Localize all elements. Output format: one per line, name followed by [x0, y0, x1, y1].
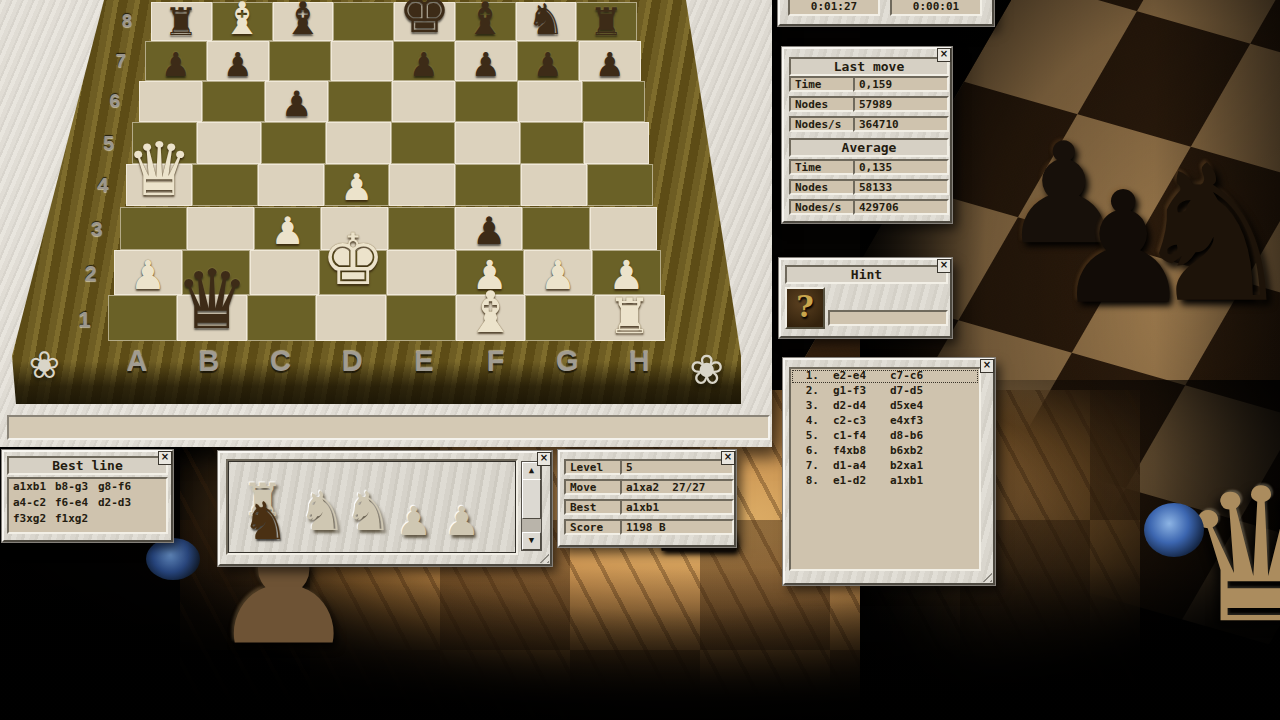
- square-f1[interactable]: ♝: [456, 295, 526, 341]
- engine-value-level: 5: [620, 459, 734, 475]
- move-number: 1.: [795, 369, 819, 382]
- square-c7[interactable]: [269, 41, 331, 81]
- scene-giant-queen: ♛: [1192, 428, 1280, 656]
- piece-white-k-d2[interactable]: ♚: [321, 224, 385, 295]
- captured-black-knight: ♞: [242, 495, 289, 547]
- square-g6[interactable]: [518, 81, 581, 122]
- square-a4[interactable]: ♛: [126, 164, 192, 207]
- piece-black-p-c6[interactable]: ♟: [281, 87, 312, 122]
- scrollbar-thumb[interactable]: [522, 479, 541, 519]
- piece-white-b-b8[interactable]: ♝: [222, 0, 262, 41]
- white-move: d1-a4: [833, 459, 866, 472]
- move-number: 7.: [795, 459, 819, 472]
- best-line-row-3: f3xg2f1xg2: [9, 512, 159, 528]
- best-line-row-1: a1xb1b8-g3g8-f6: [9, 480, 159, 496]
- clock-white: 0:01:27: [788, 0, 880, 16]
- move-list-panel: × 1.e2-e4c7-c62.g1-f3d7-d53.d2-d4d5xe44.…: [783, 358, 995, 585]
- file-label-a: A: [101, 345, 173, 389]
- black-move: a1xb1: [890, 474, 923, 487]
- board-rank-5: 5: [132, 122, 648, 164]
- piece-black-r-a8[interactable]: ♜: [164, 3, 198, 41]
- piece-black-k-e8[interactable]: ♚: [398, 0, 450, 41]
- file-label-e: E: [388, 345, 460, 389]
- best-line-move: f3xg2: [13, 512, 46, 525]
- white-move: d2-d4: [833, 399, 866, 412]
- square-c3[interactable]: ♟: [254, 207, 321, 251]
- stats-title: Last move: [789, 57, 949, 76]
- piece-black-q-b1[interactable]: ♛: [175, 259, 249, 341]
- square-a1[interactable]: [108, 295, 178, 341]
- engine-label-move: Move: [564, 479, 626, 495]
- board-rank-3: 3♟♟: [120, 207, 657, 251]
- file-label-g: G: [532, 345, 604, 389]
- stats-average-title: Average: [789, 138, 949, 157]
- best-line-move: a4-c2: [13, 496, 46, 509]
- square-b7[interactable]: ♟: [207, 41, 269, 81]
- black-move: d8-b6: [890, 429, 923, 442]
- close-icon[interactable]: ×: [158, 451, 172, 465]
- square-b8[interactable]: ♝: [212, 2, 273, 41]
- best-line-move: g8-f6: [98, 480, 131, 493]
- captured-white-knight: ♞: [298, 485, 346, 539]
- board-rank-8: 8♜♝♝♚♝♞♜: [151, 2, 637, 41]
- file-label-f: F: [460, 345, 532, 389]
- square-h7[interactable]: ♟: [579, 41, 641, 81]
- best-line-move: b8-g3: [55, 480, 88, 493]
- piece-black-p-g7[interactable]: ♟: [533, 48, 563, 81]
- file-label-b: B: [173, 345, 245, 389]
- white-move: g1-f3: [833, 384, 866, 397]
- move-row-3[interactable]: 3.d2-d4d5xe4: [791, 399, 979, 414]
- black-move: c7-c6: [890, 369, 923, 382]
- square-d1[interactable]: [316, 295, 386, 341]
- square-e6[interactable]: [392, 81, 455, 122]
- square-a7[interactable]: ♟: [145, 41, 207, 81]
- square-c8[interactable]: ♝: [273, 2, 334, 41]
- stats-label-2: Nodes/s: [789, 116, 859, 132]
- square-c6[interactable]: ♟: [265, 81, 328, 122]
- engine-panel: × Level5Movea1xa2 27/27Besta1xb1Score119…: [558, 450, 736, 547]
- square-c2[interactable]: [250, 250, 318, 295]
- square-d8[interactable]: [333, 2, 394, 41]
- square-b5[interactable]: [197, 122, 262, 164]
- white-move: c2-c3: [833, 414, 866, 427]
- piece-white-q-a4[interactable]: ♛: [126, 132, 192, 206]
- move-number: 5.: [795, 429, 819, 442]
- move-number: 2.: [795, 384, 819, 397]
- square-g4[interactable]: [521, 164, 587, 207]
- stats-avg-label-1: Nodes: [789, 179, 859, 195]
- square-g5[interactable]: [520, 122, 585, 164]
- best-line-rows: a1xb1b8-g3g8-f6a4-c2f6-e4d2-d3f3xg2f1xg2: [9, 480, 159, 528]
- close-icon[interactable]: ×: [937, 48, 951, 62]
- piece-black-n-g8[interactable]: ♞: [527, 0, 565, 41]
- square-h8[interactable]: ♜: [576, 2, 637, 41]
- stats-value-0: 0,159: [853, 76, 949, 92]
- hint-question-button[interactable]: ?: [785, 287, 825, 329]
- black-move: b2xa1: [890, 459, 923, 472]
- board-rank-7: 7♟♟♟♟♟♟: [145, 41, 641, 81]
- best-line-move: f6-e4: [55, 496, 88, 509]
- app-window: ♟ ♟ ♞ ♛ ♟ ♟ ❀ ❀ 8♜♝♝♚♝♞♜7♟♟♟♟♟♟6♟54♛♟3♟♟…: [0, 0, 1280, 720]
- captured-white-knight: ♞: [344, 485, 392, 539]
- scene-giant-knight: ♞: [1148, 118, 1277, 333]
- piece-black-p-e7[interactable]: ♟: [409, 48, 439, 81]
- square-f4[interactable]: [455, 164, 521, 207]
- black-move: d5xe4: [890, 399, 923, 412]
- piece-black-p-b7[interactable]: ♟: [223, 48, 253, 81]
- square-h1[interactable]: ♜: [595, 295, 665, 341]
- best-line-move: d2-d3: [98, 496, 131, 509]
- captured-tray: ♜♞♞♞♟♟: [226, 459, 518, 555]
- square-e7[interactable]: ♟: [393, 41, 455, 81]
- square-e8[interactable]: ♚: [394, 2, 455, 41]
- piece-black-p-f7[interactable]: ♟: [471, 48, 501, 81]
- file-label-h: H: [603, 345, 675, 389]
- square-g8[interactable]: ♞: [516, 2, 577, 41]
- black-move: b6xb2: [890, 444, 923, 457]
- captured-white-pawn: ♟: [444, 501, 480, 541]
- square-c1[interactable]: [247, 295, 317, 341]
- square-b4[interactable]: [192, 164, 258, 207]
- move-row-2[interactable]: 2.g1-f3d7-d5: [791, 384, 979, 399]
- stats-label-0: Time: [789, 76, 859, 92]
- piece-black-b-c8[interactable]: ♝: [283, 0, 323, 41]
- piece-black-p-f3[interactable]: ♟: [472, 212, 506, 250]
- piece-black-b-f8[interactable]: ♝: [465, 0, 505, 41]
- piece-black-p-a7[interactable]: ♟: [161, 48, 191, 81]
- square-e3[interactable]: [388, 207, 455, 251]
- square-f8[interactable]: ♝: [455, 2, 516, 41]
- square-e1[interactable]: [386, 295, 456, 341]
- piece-white-p-c3[interactable]: ♟: [271, 212, 305, 250]
- engine-label-level: Level: [564, 459, 626, 475]
- flower-ornament-left: ❀: [30, 338, 58, 385]
- square-g2[interactable]: ♟: [524, 250, 592, 295]
- white-move: f4xb8: [833, 444, 866, 457]
- rank-label-4: 4: [97, 174, 108, 197]
- square-g1[interactable]: [525, 295, 595, 341]
- best-line-panel: × Best line a1xb1b8-g3g8-f6a4-c2f6-e4d2-…: [2, 450, 173, 542]
- best-line-move: f1xg2: [55, 512, 88, 525]
- square-f6[interactable]: [455, 81, 518, 122]
- square-e4[interactable]: [389, 164, 455, 207]
- square-a8[interactable]: ♜: [151, 2, 212, 41]
- square-c5[interactable]: [261, 122, 326, 164]
- rank-label-6: 6: [110, 90, 121, 112]
- engine-value-score: 1198 B: [620, 519, 734, 535]
- move-row-4[interactable]: 4.c2-c3e4xf3: [791, 414, 979, 429]
- engine-label-score: Score: [564, 519, 626, 535]
- move-number: 6.: [795, 444, 819, 457]
- close-icon[interactable]: ×: [537, 452, 551, 466]
- piece-white-p-g2[interactable]: ♟: [540, 255, 576, 295]
- tray-scrollbar[interactable]: ▲ ▼: [521, 461, 542, 551]
- square-d2[interactable]: ♚: [319, 250, 387, 295]
- move-list[interactable]: 1.e2-e4c7-c62.g1-f3d7-d53.d2-d4d5xe44.c2…: [789, 367, 981, 571]
- rank-label-7: 7: [116, 50, 126, 72]
- captured-tray-panel: × ♜♞♞♞♟♟ ▲ ▼: [218, 451, 552, 566]
- status-bar: [7, 415, 770, 440]
- move-row-1[interactable]: 1.e2-e4c7-c6: [791, 369, 979, 384]
- rank-label-3: 3: [91, 217, 103, 241]
- close-icon[interactable]: ×: [980, 359, 994, 373]
- square-d4[interactable]: ♟: [324, 164, 390, 207]
- move-row-5[interactable]: 5.c1-f4d8-b6: [791, 429, 979, 444]
- piece-black-r-h8[interactable]: ♜: [590, 3, 624, 41]
- stats-avg-label-0: Time: [789, 159, 859, 175]
- square-a6[interactable]: [139, 81, 202, 122]
- board-rank-1: 1♛♝♜: [108, 295, 665, 341]
- rank-label-1: 1: [79, 307, 91, 333]
- square-f5[interactable]: [455, 122, 520, 164]
- square-b3[interactable]: [187, 207, 254, 251]
- piece-white-p-d4[interactable]: ♟: [340, 169, 373, 206]
- square-h3[interactable]: [590, 207, 657, 251]
- flower-ornament-right: ❀: [691, 340, 722, 392]
- square-h4[interactable]: [587, 164, 653, 207]
- square-f7[interactable]: ♟: [455, 41, 517, 81]
- stats-avg-label-2: Nodes/s: [789, 199, 859, 215]
- close-icon[interactable]: ×: [721, 451, 735, 465]
- move-number: 3.: [795, 399, 819, 412]
- stats-label-1: Nodes: [789, 96, 859, 112]
- file-label-d: D: [316, 345, 388, 389]
- resize-grip-icon[interactable]: [980, 570, 992, 582]
- rank-label-8: 8: [122, 11, 132, 32]
- rank-label-5: 5: [103, 132, 114, 155]
- rank-label-2: 2: [85, 262, 97, 287]
- square-a3[interactable]: [120, 207, 187, 251]
- square-b1[interactable]: ♛: [177, 295, 247, 341]
- blue-orb-left: [146, 538, 200, 580]
- clock-black: 0:00:01: [890, 0, 982, 16]
- move-row-7[interactable]: 7.d1-a4b2xa1: [791, 459, 979, 474]
- best-line-row-2: a4-c2f6-e4d2-d3: [9, 496, 159, 512]
- piece-black-p-h7[interactable]: ♟: [595, 48, 625, 81]
- board-rank-6: 6♟: [139, 81, 645, 122]
- black-move: d7-d5: [890, 384, 923, 397]
- stats-avg-value-2: 429706: [853, 199, 949, 215]
- file-label-c: C: [245, 345, 317, 389]
- stats-avg-value-1: 58133: [853, 179, 949, 195]
- hint-panel: × Hint ?: [779, 258, 952, 338]
- square-h6[interactable]: [582, 81, 645, 122]
- black-move: e4xf3: [890, 414, 923, 427]
- best-line-title: Best line: [7, 456, 168, 475]
- square-f3[interactable]: ♟: [455, 207, 522, 251]
- engine-value-best: a1xb1: [620, 499, 734, 515]
- square-b6[interactable]: [202, 81, 265, 122]
- clocks-panel: 0:01:27 0:00:01: [778, 0, 994, 26]
- stats-avg-value-0: 0,135: [853, 159, 949, 175]
- white-move: c1-f4: [833, 429, 866, 442]
- square-g3[interactable]: [522, 207, 589, 251]
- hint-title: Hint: [785, 265, 948, 284]
- engine-value-move: a1xa2 27/27: [620, 479, 734, 495]
- square-a2[interactable]: ♟: [114, 250, 182, 295]
- white-move: e2-e4: [833, 369, 866, 382]
- best-line-move: a1xb1: [13, 480, 46, 493]
- piece-white-p-a2[interactable]: ♟: [130, 255, 166, 295]
- move-row-6[interactable]: 6.f4xb8b6xb2: [791, 444, 979, 459]
- blue-orb-right: [1144, 503, 1204, 557]
- white-move: e1-d2: [833, 474, 866, 487]
- engine-label-best: Best: [564, 499, 626, 515]
- resize-grip-icon[interactable]: [537, 551, 549, 563]
- chess-board: ❀ ❀ 8♜♝♝♚♝♞♜7♟♟♟♟♟♟6♟54♛♟3♟♟2♟♚♟♟♟1♛♝♜ A…: [0, 0, 780, 460]
- square-e5[interactable]: [391, 122, 456, 164]
- square-c4[interactable]: [258, 164, 324, 207]
- square-h5[interactable]: [584, 122, 649, 164]
- close-icon[interactable]: ×: [937, 259, 951, 273]
- piece-white-r-h1[interactable]: ♜: [608, 292, 652, 341]
- square-d6[interactable]: [328, 81, 391, 122]
- stats-value-1: 57989: [853, 96, 949, 112]
- file-labels: ABCDEFGH: [101, 345, 675, 389]
- move-number: 4.: [795, 414, 819, 427]
- move-number: 8.: [795, 474, 819, 487]
- square-d7[interactable]: [331, 41, 393, 81]
- square-e2[interactable]: [387, 250, 455, 295]
- hint-value-field: [828, 310, 948, 326]
- stats-panel: × Last move Time0,159Nodes57989Nodes/s36…: [782, 47, 952, 223]
- move-row-8[interactable]: 8.e1-d2a1xb1: [791, 474, 979, 489]
- piece-white-b-f1[interactable]: ♝: [465, 284, 516, 341]
- square-d5[interactable]: [326, 122, 391, 164]
- captured-white-pawn: ♟: [396, 501, 432, 541]
- stats-value-2: 364710: [853, 116, 949, 132]
- square-g7[interactable]: ♟: [517, 41, 579, 81]
- scroll-down-icon[interactable]: ▼: [522, 532, 541, 550]
- board-rank-4: 4♛♟: [126, 164, 653, 207]
